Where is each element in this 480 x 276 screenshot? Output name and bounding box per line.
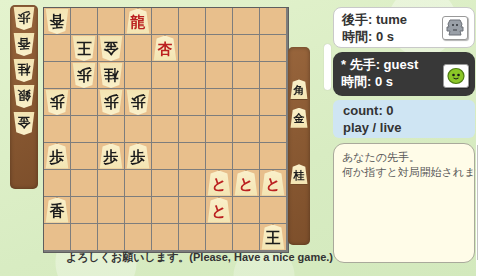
board-square-7a[interactable] — [98, 8, 124, 34]
board-square-4c[interactable] — [179, 62, 205, 88]
piece-歩-9d[interactable]: 歩 — [45, 90, 69, 115]
sente-hand-slot-5[interactable]: 桂 — [288, 160, 310, 188]
board-square-3g[interactable]: と — [206, 170, 232, 196]
gote-hand-slot-6 — [10, 136, 38, 162]
board-square-5i[interactable] — [152, 224, 178, 250]
board-square-9c[interactable] — [44, 62, 70, 88]
sente-hand-piece-金[interactable]: 金 — [290, 108, 308, 128]
board-square-3c[interactable] — [206, 62, 232, 88]
piece-と-1g[interactable]: と — [261, 171, 285, 196]
green-creature-icon — [446, 65, 466, 88]
piece-王-8b[interactable]: 王 — [72, 36, 96, 61]
board-square-1h[interactable] — [260, 197, 286, 223]
board-square-5g[interactable] — [152, 170, 178, 196]
piece-歩-6d[interactable]: 歩 — [126, 90, 150, 115]
board-square-7e[interactable] — [98, 116, 124, 142]
gote-hand-piece-歩[interactable]: 歩 — [13, 7, 35, 30]
gote-hand-piece-香[interactable]: 香 — [13, 33, 35, 56]
board-square-6g[interactable] — [125, 170, 151, 196]
sente-hand-slot-3[interactable]: 金 — [288, 104, 310, 132]
board-square-4g[interactable] — [179, 170, 205, 196]
board-square-2g[interactable]: と — [233, 170, 259, 196]
play-live-toggle[interactable]: play / live — [343, 119, 465, 136]
sente-hand-tray: 角金桂 — [288, 47, 310, 245]
board-square-7c[interactable]: 桂 — [98, 62, 124, 88]
board-square-2e[interactable] — [233, 116, 259, 142]
board-square-8e[interactable] — [71, 116, 97, 142]
board-square-5a[interactable] — [152, 8, 178, 34]
board-square-6b[interactable] — [125, 35, 151, 61]
board-square-9g[interactable] — [44, 170, 70, 196]
board-square-2a[interactable] — [233, 8, 259, 34]
board-square-6i[interactable] — [125, 224, 151, 250]
board-square-2f[interactable] — [233, 143, 259, 169]
board-square-9b[interactable] — [44, 35, 70, 61]
board-square-9i[interactable] — [44, 224, 70, 250]
board-square-5b[interactable]: 杏 — [152, 35, 178, 61]
gote-hand-slot-1[interactable]: 歩 — [10, 5, 38, 31]
board-square-3a[interactable] — [206, 8, 232, 34]
piece-香-9h[interactable]: 香 — [45, 198, 69, 223]
board-square-8b[interactable]: 王 — [71, 35, 97, 61]
board-square-2d[interactable] — [233, 89, 259, 115]
board-square-7d[interactable]: 歩 — [98, 89, 124, 115]
board-square-8h[interactable] — [71, 197, 97, 223]
board-square-3h[interactable]: と — [206, 197, 232, 223]
board-square-9d[interactable]: 歩 — [44, 89, 70, 115]
piece-と-2g[interactable]: と — [234, 171, 258, 196]
gote-hand-slot-4[interactable]: 銀 — [10, 84, 38, 110]
gote-hand-slot-5[interactable]: 金 — [10, 110, 38, 136]
sente-hand-slot-6 — [288, 188, 310, 216]
board-square-5f[interactable] — [152, 143, 178, 169]
board-square-3e[interactable] — [206, 116, 232, 142]
board-square-6a[interactable]: 龍 — [125, 8, 151, 34]
piece-桂-7c[interactable]: 桂 — [99, 63, 123, 88]
board-square-7i[interactable] — [98, 224, 124, 250]
board-square-7f[interactable]: 歩 — [98, 143, 124, 169]
sente-hand-slot-7 — [288, 217, 310, 245]
piece-歩-7d[interactable]: 歩 — [99, 90, 123, 115]
board-square-9f[interactable]: 歩 — [44, 143, 70, 169]
board-square-1i[interactable]: 王 — [260, 224, 286, 250]
status-line-1: あなたの先手。 — [342, 150, 466, 165]
piece-と-3g[interactable]: と — [207, 171, 231, 196]
piece-杏-5b[interactable]: 杏 — [153, 36, 177, 61]
board-square-8a[interactable] — [71, 8, 97, 34]
move-count: count: 0 — [343, 102, 465, 119]
board-square-4a[interactable] — [179, 8, 205, 34]
board-square-9a[interactable]: 香 — [44, 8, 70, 34]
board-square-4e[interactable] — [179, 116, 205, 142]
board-square-5c[interactable] — [152, 62, 178, 88]
board-square-9e[interactable] — [44, 116, 70, 142]
board-square-4h[interactable] — [179, 197, 205, 223]
board-square-7b[interactable]: 金 — [98, 35, 124, 61]
gote-hand-piece-桂[interactable]: 桂 — [13, 59, 35, 82]
sente-hand-piece-角[interactable]: 角 — [290, 79, 308, 99]
gray-robot-icon — [445, 17, 465, 40]
sente-avatar-button[interactable] — [443, 64, 469, 88]
board-square-5d[interactable] — [152, 89, 178, 115]
board-square-4d[interactable] — [179, 89, 205, 115]
piece-歩-6f[interactable]: 歩 — [126, 144, 150, 169]
sente-hand-slot-4 — [288, 132, 310, 160]
board-square-1f[interactable] — [260, 143, 286, 169]
board-square-1a[interactable] — [260, 8, 286, 34]
board-square-6d[interactable]: 歩 — [125, 89, 151, 115]
board-square-8c[interactable]: 歩 — [71, 62, 97, 88]
board-square-2c[interactable] — [233, 62, 259, 88]
board-square-7h[interactable] — [98, 197, 124, 223]
sente-hand-piece-桂[interactable]: 桂 — [290, 164, 308, 184]
greeting-message: よろしくお願いします。(Please, Have a nice game.) — [66, 250, 333, 265]
board-square-1d[interactable] — [260, 89, 286, 115]
gote-hand-piece-銀[interactable]: 銀 — [13, 85, 35, 108]
gote-avatar-button[interactable] — [442, 16, 468, 40]
sente-hand-slot-1 — [288, 47, 310, 75]
board-square-2i[interactable] — [233, 224, 259, 250]
gote-hand-slot-2[interactable]: 香 — [10, 31, 38, 57]
board-square-9h[interactable]: 香 — [44, 197, 70, 223]
board-square-1b[interactable] — [260, 35, 286, 61]
board-square-6h[interactable] — [125, 197, 151, 223]
board-square-1c[interactable] — [260, 62, 286, 88]
gote-hand-piece-金[interactable]: 金 — [13, 112, 35, 135]
piece-香-9a[interactable]: 香 — [45, 9, 69, 34]
board-square-3d[interactable] — [206, 89, 232, 115]
board-square-2h[interactable] — [233, 197, 259, 223]
board-square-8i[interactable] — [71, 224, 97, 250]
board-square-1e[interactable] — [260, 116, 286, 142]
piece-龍-6a[interactable]: 龍 — [126, 9, 150, 34]
status-message-panel: あなたの先手。 何か指すと対局開始されます。 — [333, 143, 475, 263]
board-square-8g[interactable] — [71, 170, 97, 196]
board-square-6c[interactable] — [125, 62, 151, 88]
board-square-8f[interactable] — [71, 143, 97, 169]
board-square-6f[interactable]: 歩 — [125, 143, 151, 169]
board-square-4b[interactable] — [179, 35, 205, 61]
gote-hand-tray: 歩香桂銀金 — [10, 5, 38, 189]
status-line-2: 何か指すと対局開始されます。 — [342, 165, 466, 180]
piece-と-3h[interactable]: と — [207, 198, 231, 223]
board-square-3i[interactable] — [206, 224, 232, 250]
piece-歩-7f[interactable]: 歩 — [99, 144, 123, 169]
board-square-6e[interactable] — [125, 116, 151, 142]
right-scrollbar-line — [477, 145, 478, 260]
gote-hand-slot-7 — [10, 163, 38, 189]
shogi-board: 香龍王金杏歩桂歩歩歩歩歩歩ととと香と王 — [43, 7, 289, 253]
board-square-1g[interactable]: と — [260, 170, 286, 196]
piece-歩-8c[interactable]: 歩 — [72, 63, 96, 88]
piece-王-1i[interactable]: 王 — [261, 225, 285, 250]
shogi-app: { "game": "shogi", "window_title": "shog… — [0, 0, 480, 276]
sente-hand-slot-2[interactable]: 角 — [288, 75, 310, 103]
scrollbar-thumb[interactable] — [324, 44, 331, 90]
piece-歩-9f[interactable]: 歩 — [45, 144, 69, 169]
sente-player-panel: * 先手: guest 時間: 0 s — [333, 52, 475, 96]
piece-金-7b[interactable]: 金 — [99, 36, 123, 61]
gote-player-panel: 後手: tume 時間: 0 s — [333, 7, 475, 48]
board-square-5e[interactable] — [152, 116, 178, 142]
gote-hand-slot-3[interactable]: 桂 — [10, 58, 38, 84]
game-info-panel: count: 0 play / live — [333, 100, 475, 138]
board-square-3b[interactable] — [206, 35, 232, 61]
board-square-4f[interactable] — [179, 143, 205, 169]
board-square-7g[interactable] — [98, 170, 124, 196]
board-square-5h[interactable] — [152, 197, 178, 223]
board-square-8d[interactable] — [71, 89, 97, 115]
board-square-4i[interactable] — [179, 224, 205, 250]
board-square-3f[interactable] — [206, 143, 232, 169]
board-square-2b[interactable] — [233, 35, 259, 61]
